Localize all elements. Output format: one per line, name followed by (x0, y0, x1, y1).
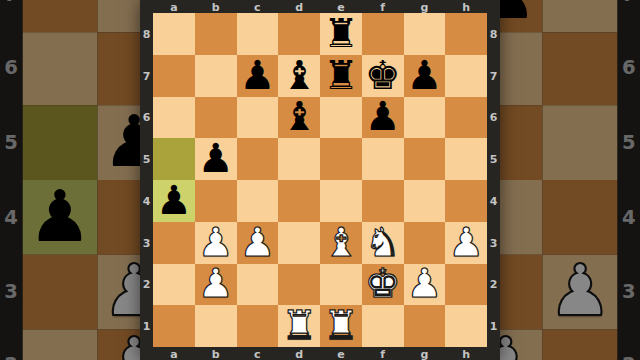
square-g4[interactable] (404, 180, 446, 222)
rank-label-7-left: 7 (143, 69, 151, 82)
square-d2[interactable] (278, 264, 320, 306)
file-label-e-top: e (337, 0, 344, 13)
square-b1[interactable] (195, 305, 237, 347)
file-label-d-top: d (295, 0, 303, 13)
black-rook[interactable]: ♜ (323, 55, 359, 95)
square-e1[interactable]: ♜ (320, 305, 362, 347)
rank-label-3-right: 3 (490, 236, 498, 249)
rank-label-6-right: 6 (490, 111, 498, 124)
square-c6[interactable] (237, 97, 279, 139)
white-pawn[interactable]: ♟ (198, 222, 234, 262)
square-e2[interactable] (320, 264, 362, 306)
file-label-h-top: h (462, 0, 470, 13)
white-pawn[interactable]: ♟ (448, 222, 484, 262)
rank-label-5-left: 5 (143, 153, 151, 166)
square-e6[interactable] (320, 97, 362, 139)
file-label-b-top: b (212, 0, 220, 13)
square-e7[interactable]: ♜ (320, 55, 362, 97)
file-label-g-bottom: g (420, 347, 428, 360)
black-pawn[interactable]: ♟ (365, 96, 401, 136)
white-rook[interactable]: ♜ (323, 305, 359, 345)
rank-label-6-left: 6 (143, 111, 151, 124)
file-label-b-bottom: b (212, 347, 220, 360)
square-f1[interactable] (362, 305, 404, 347)
rank-label-2-right: 2 (490, 278, 498, 291)
black-bishop[interactable]: ♝ (281, 55, 317, 95)
square-f8[interactable] (362, 13, 404, 55)
square-h7[interactable] (445, 55, 487, 97)
square-a5[interactable] (153, 138, 195, 180)
rank-label-3-left: 3 (143, 236, 151, 249)
square-d1[interactable]: ♜ (278, 305, 320, 347)
square-d5[interactable] (278, 138, 320, 180)
file-label-h-bottom: h (462, 347, 470, 360)
square-f6[interactable]: ♟ (362, 97, 404, 139)
square-f4[interactable] (362, 180, 404, 222)
rank-label-5-right: 5 (490, 153, 498, 166)
square-h8[interactable] (445, 13, 487, 55)
square-h3[interactable]: ♟ (445, 222, 487, 264)
square-b6[interactable] (195, 97, 237, 139)
rank-label-7-right: 7 (490, 69, 498, 82)
square-b8[interactable] (195, 13, 237, 55)
square-a8[interactable] (153, 13, 195, 55)
square-g5[interactable] (404, 138, 446, 180)
rank-label-2-left: 2 (143, 278, 151, 291)
square-g7[interactable]: ♟ (404, 55, 446, 97)
square-f5[interactable] (362, 138, 404, 180)
square-c3[interactable]: ♟ (237, 222, 279, 264)
black-pawn[interactable]: ♟ (198, 138, 234, 178)
main-board-grid: ♜♟♝♜♚♟♝♟♟♟♟♟♝♞♟♟♚♟♜♜ (153, 13, 487, 347)
rank-label-1-left: 1 (143, 320, 151, 333)
square-d3[interactable] (278, 222, 320, 264)
square-c5[interactable] (237, 138, 279, 180)
file-label-f-bottom: f (380, 347, 385, 360)
black-pawn[interactable]: ♟ (239, 55, 275, 95)
square-h2[interactable] (445, 264, 487, 306)
white-pawn[interactable]: ♟ (239, 222, 275, 262)
rank-label-4-right: 4 (490, 194, 498, 207)
black-bishop[interactable]: ♝ (281, 96, 317, 136)
square-b7[interactable] (195, 55, 237, 97)
square-b3[interactable]: ♟ (195, 222, 237, 264)
square-a1[interactable] (153, 305, 195, 347)
square-h5[interactable] (445, 138, 487, 180)
square-e5[interactable] (320, 138, 362, 180)
square-c7[interactable]: ♟ (237, 55, 279, 97)
white-bishop[interactable]: ♝ (323, 222, 359, 262)
black-pawn[interactable]: ♟ (156, 180, 192, 220)
file-label-a-bottom: a (170, 347, 177, 360)
square-d8[interactable] (278, 13, 320, 55)
square-e8[interactable]: ♜ (320, 13, 362, 55)
square-f7[interactable]: ♚ (362, 55, 404, 97)
square-e3[interactable]: ♝ (320, 222, 362, 264)
black-pawn[interactable]: ♟ (406, 55, 442, 95)
black-king[interactable]: ♚ (365, 55, 401, 95)
square-f3[interactable]: ♞ (362, 222, 404, 264)
white-king[interactable]: ♚ (365, 263, 401, 303)
file-label-c-bottom: c (254, 347, 261, 360)
white-rook[interactable]: ♜ (281, 305, 317, 345)
rank-label-1-right: 1 (490, 320, 498, 333)
square-b4[interactable] (195, 180, 237, 222)
square-b5[interactable]: ♟ (195, 138, 237, 180)
square-c1[interactable] (237, 305, 279, 347)
black-rook[interactable]: ♜ (323, 13, 359, 53)
square-b2[interactable]: ♟ (195, 264, 237, 306)
square-g3[interactable] (404, 222, 446, 264)
main-board: ♜♟♝♜♚♟♝♟♟♟♟♟♝♞♟♟♚♟♜♜ aabbccddeeffgghh887… (140, 0, 500, 360)
white-pawn[interactable]: ♟ (406, 263, 442, 303)
video-frame: ♜♟♝♜♚♟♝♟♟♟♟♟♝♞♟♟♚♟♜♜ aabbccddeeffgghh887… (0, 0, 640, 360)
rank-label-8-left: 8 (143, 27, 151, 40)
file-label-g-top: g (420, 0, 428, 13)
square-f2[interactable]: ♚ (362, 264, 404, 306)
file-label-e-bottom: e (337, 347, 344, 360)
rank-label-4-left: 4 (143, 194, 151, 207)
square-c8[interactable] (237, 13, 279, 55)
square-a4[interactable]: ♟ (153, 180, 195, 222)
file-label-d-bottom: d (295, 347, 303, 360)
square-d4[interactable] (278, 180, 320, 222)
file-label-c-top: c (254, 0, 261, 13)
square-a7[interactable] (153, 55, 195, 97)
white-knight[interactable]: ♞ (365, 222, 401, 262)
square-c2[interactable] (237, 264, 279, 306)
square-g2[interactable]: ♟ (404, 264, 446, 306)
file-label-a-top: a (170, 0, 177, 13)
square-h6[interactable] (445, 97, 487, 139)
square-e4[interactable] (320, 180, 362, 222)
rank-label-8-right: 8 (490, 27, 498, 40)
square-g6[interactable] (404, 97, 446, 139)
square-d7[interactable]: ♝ (278, 55, 320, 97)
square-g8[interactable] (404, 13, 446, 55)
square-d6[interactable]: ♝ (278, 97, 320, 139)
square-a6[interactable] (153, 97, 195, 139)
square-h4[interactable] (445, 180, 487, 222)
square-g1[interactable] (404, 305, 446, 347)
square-a2[interactable] (153, 264, 195, 306)
square-a3[interactable] (153, 222, 195, 264)
square-h1[interactable] (445, 305, 487, 347)
white-pawn[interactable]: ♟ (198, 263, 234, 303)
square-c4[interactable] (237, 180, 279, 222)
file-label-f-top: f (380, 0, 385, 13)
